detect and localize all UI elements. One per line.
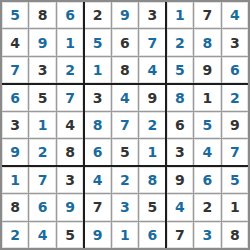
cell-r2c9[interactable]: 3 bbox=[222, 29, 248, 55]
cell-r3c8[interactable]: 9 bbox=[194, 57, 220, 83]
cell-r6c1[interactable]: 9 bbox=[2, 139, 28, 165]
cell-r5c4[interactable]: 8 bbox=[84, 112, 110, 138]
cell-r3c6[interactable]: 4 bbox=[139, 57, 165, 83]
cell-r1c3[interactable]: 6 bbox=[57, 2, 83, 28]
cell-r7c4[interactable]: 4 bbox=[84, 167, 110, 193]
cell-r5c9[interactable]: 9 bbox=[222, 112, 248, 138]
cell-r6c3[interactable]: 8 bbox=[57, 139, 83, 165]
cell-r4c2[interactable]: 5 bbox=[29, 84, 55, 110]
cell-r2c5[interactable]: 6 bbox=[112, 29, 138, 55]
cell-r4c7[interactable]: 8 bbox=[167, 84, 193, 110]
cell-r8c4[interactable]: 7 bbox=[84, 194, 110, 220]
cell-r1c7[interactable]: 1 bbox=[167, 2, 193, 28]
cell-r6c9[interactable]: 7 bbox=[222, 139, 248, 165]
cell-r2c8[interactable]: 8 bbox=[194, 29, 220, 55]
cell-r8c8[interactable]: 2 bbox=[194, 194, 220, 220]
cell-r2c1[interactable]: 4 bbox=[2, 29, 28, 55]
cell-r7c9[interactable]: 5 bbox=[222, 167, 248, 193]
cell-r8c1[interactable]: 8 bbox=[2, 194, 28, 220]
cell-r1c8[interactable]: 7 bbox=[194, 2, 220, 28]
cell-r9c5[interactable]: 1 bbox=[112, 222, 138, 248]
cell-r5c5[interactable]: 7 bbox=[112, 112, 138, 138]
cell-r7c8[interactable]: 6 bbox=[194, 167, 220, 193]
cell-r1c4[interactable]: 2 bbox=[84, 2, 110, 28]
cell-r7c1[interactable]: 1 bbox=[2, 167, 28, 193]
cell-r3c4[interactable]: 1 bbox=[84, 57, 110, 83]
cell-r2c4[interactable]: 5 bbox=[84, 29, 110, 55]
cell-r4c3[interactable]: 7 bbox=[57, 84, 83, 110]
cell-r1c1[interactable]: 5 bbox=[2, 2, 28, 28]
cell-r1c2[interactable]: 8 bbox=[29, 2, 55, 28]
cell-r5c3[interactable]: 4 bbox=[57, 112, 83, 138]
sudoku-board: 5862931744915672837321845966573498123148… bbox=[0, 0, 250, 250]
cell-r5c1[interactable]: 3 bbox=[2, 112, 28, 138]
cell-r9c4[interactable]: 9 bbox=[84, 222, 110, 248]
cell-r9c8[interactable]: 3 bbox=[194, 222, 220, 248]
cell-r6c2[interactable]: 2 bbox=[29, 139, 55, 165]
cell-r2c2[interactable]: 9 bbox=[29, 29, 55, 55]
cell-r8c3[interactable]: 9 bbox=[57, 194, 83, 220]
cell-r3c2[interactable]: 3 bbox=[29, 57, 55, 83]
cell-r8c2[interactable]: 6 bbox=[29, 194, 55, 220]
cell-r4c5[interactable]: 4 bbox=[112, 84, 138, 110]
cell-r9c3[interactable]: 5 bbox=[57, 222, 83, 248]
cell-r7c7[interactable]: 9 bbox=[167, 167, 193, 193]
cell-r8c5[interactable]: 3 bbox=[112, 194, 138, 220]
cell-r4c9[interactable]: 2 bbox=[222, 84, 248, 110]
cell-r2c7[interactable]: 2 bbox=[167, 29, 193, 55]
cell-r8c9[interactable]: 1 bbox=[222, 194, 248, 220]
cell-r8c6[interactable]: 5 bbox=[139, 194, 165, 220]
cell-r6c7[interactable]: 3 bbox=[167, 139, 193, 165]
cell-r6c8[interactable]: 4 bbox=[194, 139, 220, 165]
cell-r3c9[interactable]: 6 bbox=[222, 57, 248, 83]
cell-r1c9[interactable]: 4 bbox=[222, 2, 248, 28]
cell-r2c6[interactable]: 7 bbox=[139, 29, 165, 55]
cell-r1c6[interactable]: 3 bbox=[139, 2, 165, 28]
cell-r6c6[interactable]: 1 bbox=[139, 139, 165, 165]
cell-r4c8[interactable]: 1 bbox=[194, 84, 220, 110]
cell-r6c5[interactable]: 5 bbox=[112, 139, 138, 165]
cell-r8c7[interactable]: 4 bbox=[167, 194, 193, 220]
cell-r4c4[interactable]: 3 bbox=[84, 84, 110, 110]
cell-r3c1[interactable]: 7 bbox=[2, 57, 28, 83]
cell-r3c5[interactable]: 8 bbox=[112, 57, 138, 83]
cell-r5c8[interactable]: 5 bbox=[194, 112, 220, 138]
cell-r9c7[interactable]: 7 bbox=[167, 222, 193, 248]
cell-r7c5[interactable]: 2 bbox=[112, 167, 138, 193]
cell-r3c7[interactable]: 5 bbox=[167, 57, 193, 83]
cell-r9c2[interactable]: 4 bbox=[29, 222, 55, 248]
cell-r9c6[interactable]: 6 bbox=[139, 222, 165, 248]
cell-r3c3[interactable]: 2 bbox=[57, 57, 83, 83]
cell-r4c6[interactable]: 9 bbox=[139, 84, 165, 110]
cell-r4c1[interactable]: 6 bbox=[2, 84, 28, 110]
cell-r7c6[interactable]: 8 bbox=[139, 167, 165, 193]
cell-r1c5[interactable]: 9 bbox=[112, 2, 138, 28]
cell-r5c7[interactable]: 6 bbox=[167, 112, 193, 138]
cell-r6c4[interactable]: 6 bbox=[84, 139, 110, 165]
sudoku-app: 5862931744915672837321845966573498123148… bbox=[0, 0, 250, 250]
cell-r9c9[interactable]: 8 bbox=[222, 222, 248, 248]
cell-r9c1[interactable]: 2 bbox=[2, 222, 28, 248]
cell-r7c2[interactable]: 7 bbox=[29, 167, 55, 193]
cell-r5c2[interactable]: 1 bbox=[29, 112, 55, 138]
cell-r7c3[interactable]: 3 bbox=[57, 167, 83, 193]
cell-r5c6[interactable]: 2 bbox=[139, 112, 165, 138]
cell-r2c3[interactable]: 1 bbox=[57, 29, 83, 55]
